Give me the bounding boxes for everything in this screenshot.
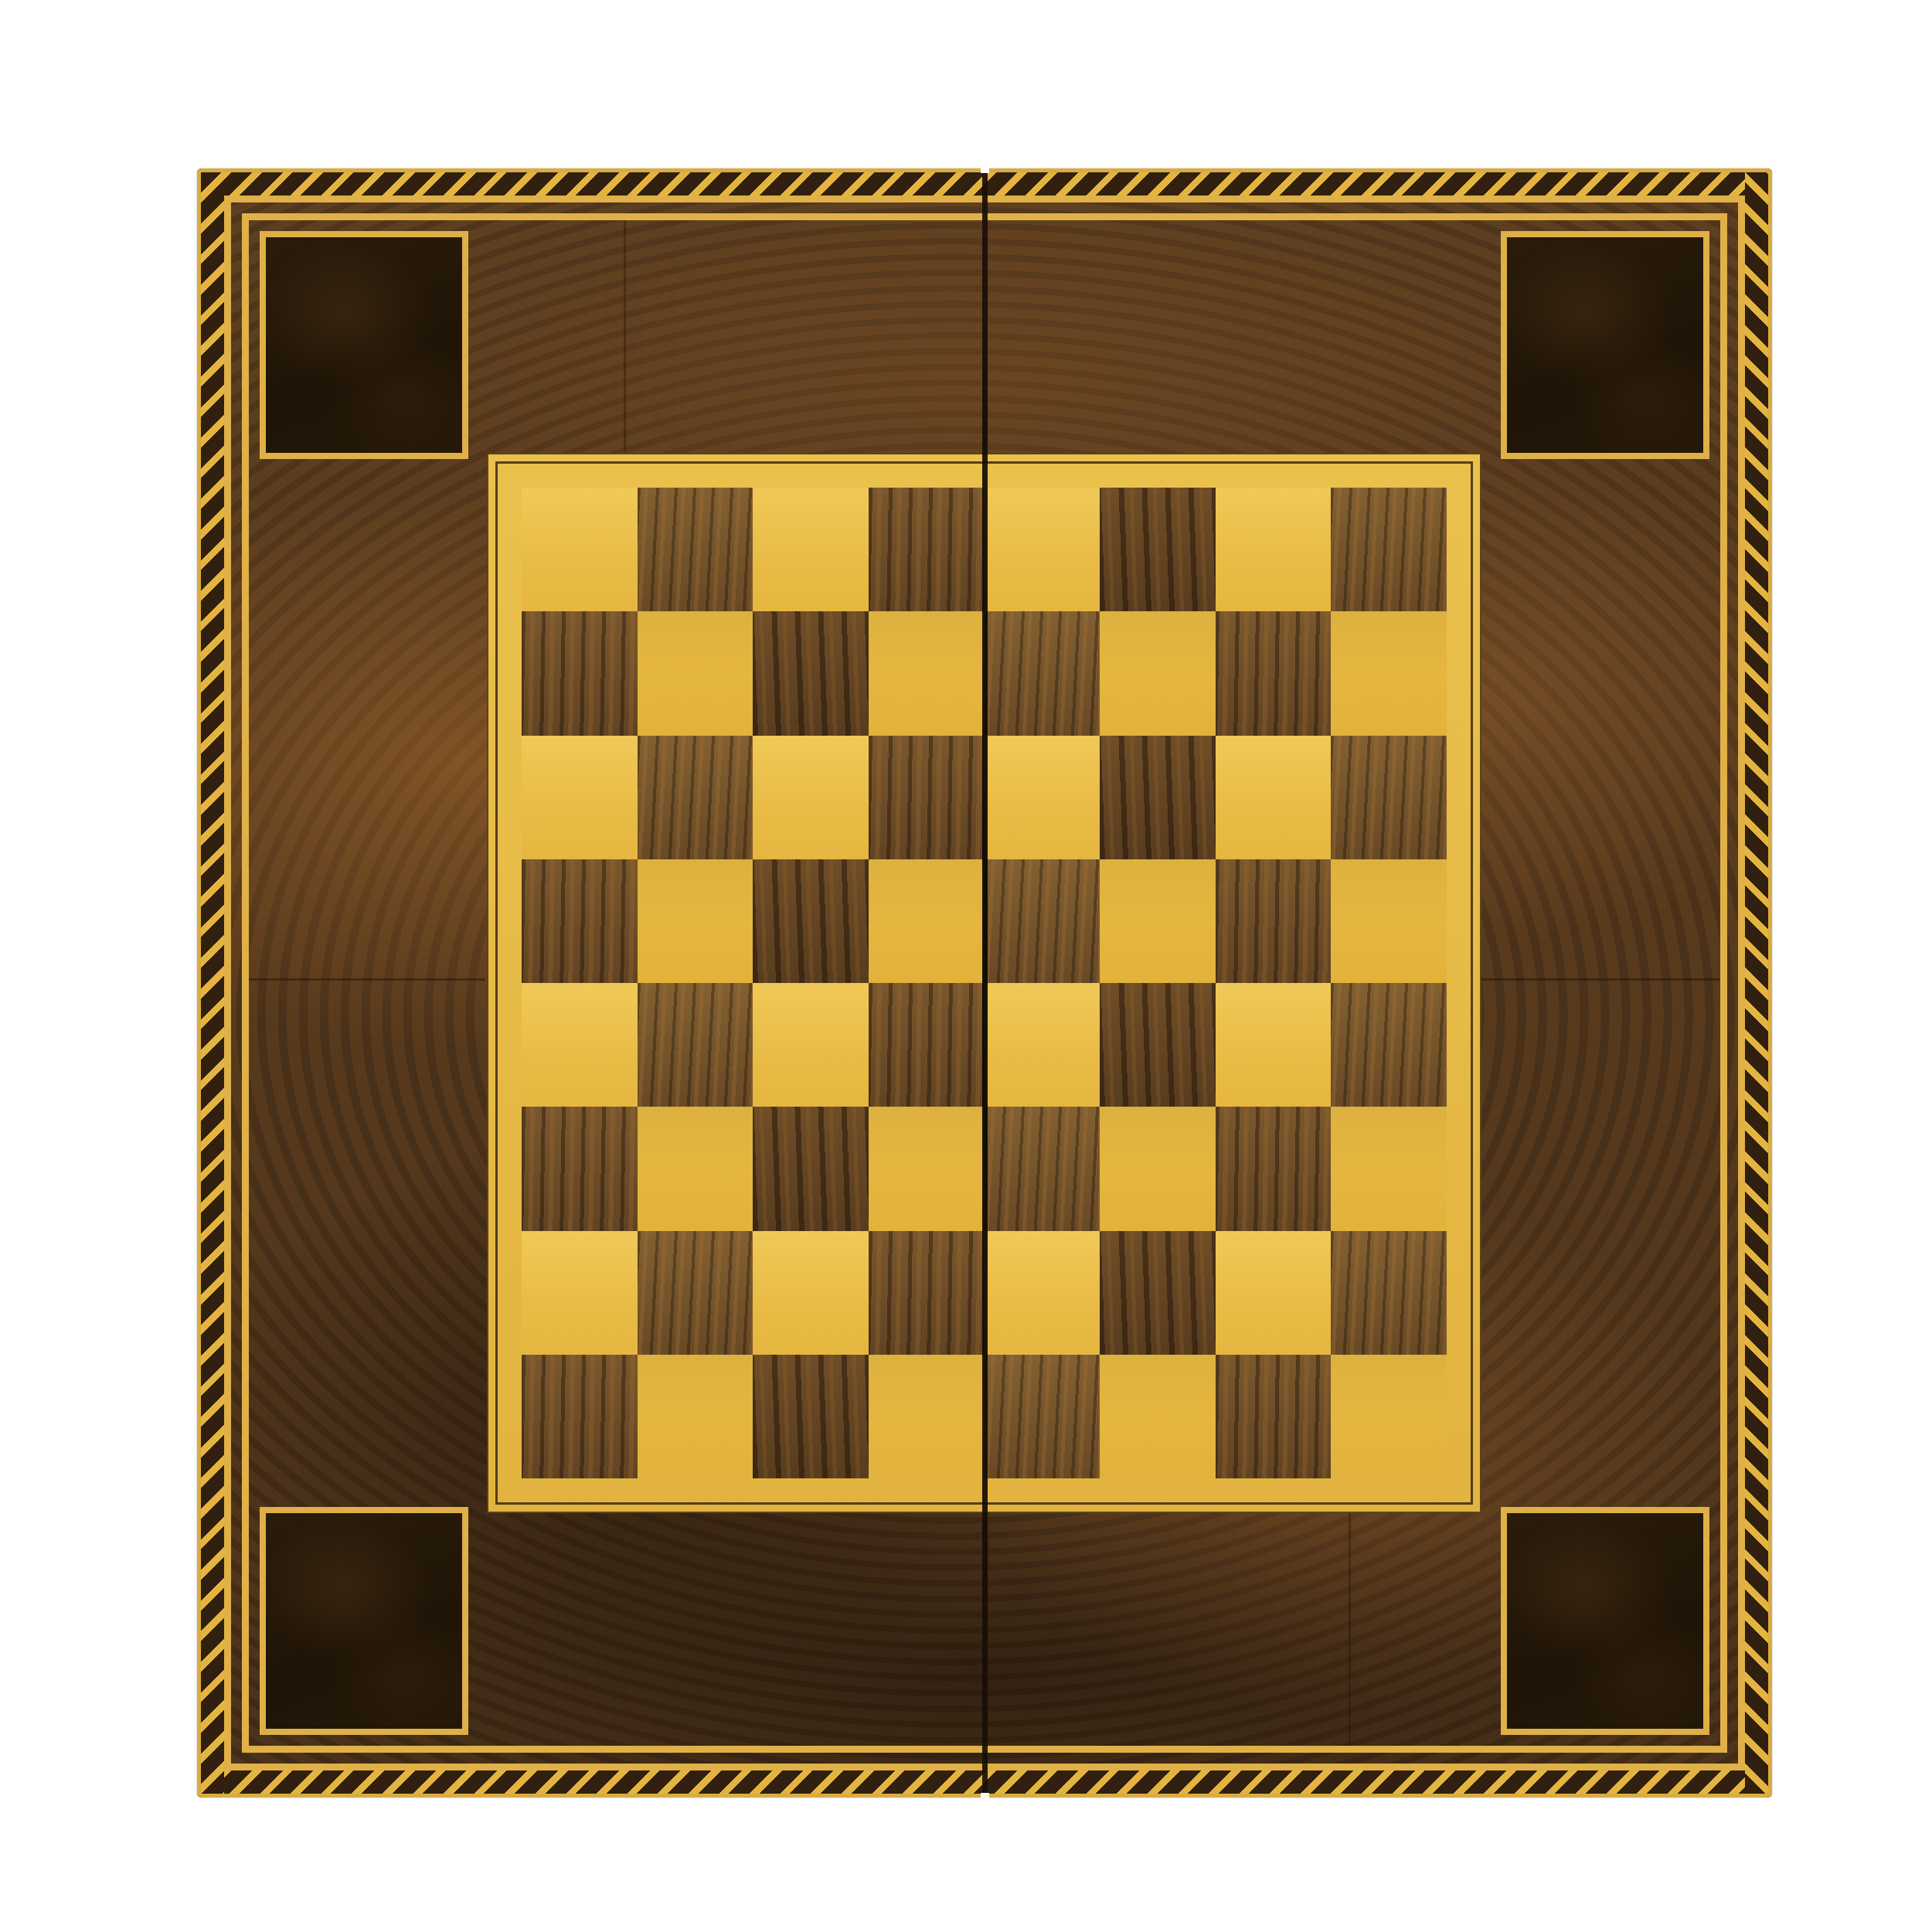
board-position-fen: 8/8/8/8/8/8/8/8 w - - 0 1: [0, 0, 1, 1]
square-c2: [753, 1231, 869, 1355]
square-a6: [522, 736, 638, 859]
center-fold-seam: [982, 168, 988, 1798]
fold-seam-gap-bottom: [981, 1793, 989, 1798]
square-c6: [753, 736, 869, 859]
veneer-joint-top-band: [624, 220, 626, 451]
square-d7: [869, 611, 985, 735]
corner-inlay-top-left: [260, 231, 468, 459]
corner-inlay-bottom-left: [260, 1507, 468, 1735]
square-b3: [638, 1107, 753, 1230]
square-f4: [1100, 983, 1216, 1107]
square-g3: [1216, 1107, 1332, 1230]
square-a8: [522, 488, 638, 611]
square-h8: [1331, 488, 1447, 611]
veneer-joint-left-margin: [249, 978, 485, 981]
square-h1: [1331, 1355, 1447, 1478]
veneer-joint-right-margin: [1481, 978, 1720, 981]
square-f6: [1100, 736, 1216, 859]
rope-stripe-border-left: [201, 172, 224, 1794]
square-f7: [1100, 611, 1216, 735]
square-b5: [638, 859, 753, 983]
square-d5: [869, 859, 985, 983]
square-b8: [638, 488, 753, 611]
veneer-joint-bottom-band: [1349, 1512, 1351, 1746]
square-h6: [1331, 736, 1447, 859]
square-c7: [753, 611, 869, 735]
square-f1: [1100, 1355, 1216, 1478]
square-g8: [1216, 488, 1332, 611]
square-h5: [1331, 859, 1447, 983]
square-e2: [985, 1231, 1100, 1355]
square-e1: [985, 1355, 1100, 1478]
rope-stripe-border-right: [1745, 172, 1768, 1794]
square-d6: [869, 736, 985, 859]
square-b2: [638, 1231, 753, 1355]
square-h4: [1331, 983, 1447, 1107]
square-h3: [1331, 1107, 1447, 1230]
square-d3: [869, 1107, 985, 1230]
square-b7: [638, 611, 753, 735]
square-d1: [869, 1355, 985, 1478]
photo-background: 8/8/8/8/8/8/8/8 w - - 0 1: [0, 0, 1932, 1932]
square-b6: [638, 736, 753, 859]
square-e5: [985, 859, 1100, 983]
square-h2: [1331, 1231, 1447, 1355]
square-g2: [1216, 1231, 1332, 1355]
square-a2: [522, 1231, 638, 1355]
square-b1: [638, 1355, 753, 1478]
square-f8: [1100, 488, 1216, 611]
square-d8: [869, 488, 985, 611]
square-e7: [985, 611, 1100, 735]
square-c4: [753, 983, 869, 1107]
square-a4: [522, 983, 638, 1107]
square-e6: [985, 736, 1100, 859]
square-d4: [869, 983, 985, 1107]
square-h7: [1331, 611, 1447, 735]
square-g5: [1216, 859, 1332, 983]
square-e4: [985, 983, 1100, 1107]
square-f5: [1100, 859, 1216, 983]
square-c1: [753, 1355, 869, 1478]
fold-seam-gap-top: [981, 168, 989, 173]
square-e8: [985, 488, 1100, 611]
square-c8: [753, 488, 869, 611]
square-e3: [985, 1107, 1100, 1230]
square-g1: [1216, 1355, 1332, 1478]
chess-board: [197, 168, 1772, 1798]
square-g6: [1216, 736, 1332, 859]
square-f3: [1100, 1107, 1216, 1230]
square-f2: [1100, 1231, 1216, 1355]
square-g7: [1216, 611, 1332, 735]
corner-inlay-top-right: [1501, 231, 1709, 459]
square-c3: [753, 1107, 869, 1230]
square-a1: [522, 1355, 638, 1478]
square-c5: [753, 859, 869, 983]
square-a3: [522, 1107, 638, 1230]
square-a5: [522, 859, 638, 983]
corner-inlay-bottom-right: [1501, 1507, 1709, 1735]
square-g4: [1216, 983, 1332, 1107]
square-b4: [638, 983, 753, 1107]
square-d2: [869, 1231, 985, 1355]
square-a7: [522, 611, 638, 735]
